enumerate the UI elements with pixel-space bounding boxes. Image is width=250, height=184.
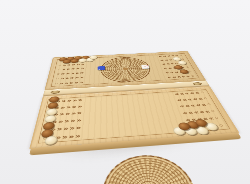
checker-brown[interactable] — [70, 59, 79, 63]
checker-white[interactable] — [89, 55, 97, 59]
checker-brown[interactable] — [179, 69, 190, 74]
rosette-medallion-near — [102, 152, 210, 184]
checker-white[interactable] — [44, 136, 58, 145]
product-photo-stage: ◦»»»»»◦»»»»»◦»»»»»◦»»»»»◦»»»»»◦»»»»» «««… — [0, 0, 250, 184]
white-die[interactable] — [141, 65, 149, 69]
pieces-layer — [29, 51, 240, 149]
backgammon-board: ◦»»»»»◦»»»»»◦»»»»»◦»»»»»◦»»»»»◦»»»»» «««… — [29, 51, 240, 149]
metal-latch[interactable] — [75, 144, 83, 150]
blue-die[interactable] — [98, 66, 106, 70]
